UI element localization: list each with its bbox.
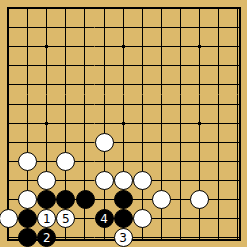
board-intersection[interactable]: [7, 75, 19, 94]
board-intersection[interactable]: [190, 75, 209, 94]
board-intersection[interactable]: [7, 56, 19, 75]
board-intersection[interactable]: [114, 56, 133, 75]
board-intersection[interactable]: [75, 228, 94, 241]
black-stone: 4: [95, 209, 114, 228]
black-stone: [114, 190, 133, 209]
board-intersection[interactable]: [95, 152, 114, 171]
board-intersection[interactable]: [37, 7, 56, 19]
board-intersection[interactable]: [133, 56, 152, 75]
board-intersection[interactable]: [209, 171, 228, 190]
white-stone: 3: [114, 228, 133, 247]
black-stone: [76, 190, 95, 209]
board-intersection[interactable]: [37, 133, 56, 152]
board-intersection[interactable]: [190, 209, 209, 228]
star-point: [122, 45, 125, 48]
move-number-label: 2: [43, 232, 51, 244]
board-intersection[interactable]: [171, 56, 190, 75]
board-intersection[interactable]: [75, 114, 94, 133]
board-intersection[interactable]: [56, 75, 75, 94]
board-intersection[interactable]: [7, 114, 19, 133]
board-intersection[interactable]: [228, 18, 241, 37]
board-intersection[interactable]: [171, 133, 190, 152]
board-intersection[interactable]: [228, 56, 241, 75]
black-stone: [114, 209, 133, 228]
board-intersection[interactable]: [228, 114, 241, 133]
board-intersection[interactable]: [18, 56, 37, 75]
star-point: [198, 122, 201, 125]
white-stone: [152, 190, 171, 209]
board-intersection[interactable]: [95, 114, 114, 133]
board-intersection[interactable]: [190, 18, 209, 37]
white-stone: [95, 171, 114, 190]
black-stone: [18, 228, 37, 247]
white-stone: [133, 171, 152, 190]
board-intersection[interactable]: [95, 56, 114, 75]
board-intersection[interactable]: [75, 209, 94, 228]
board-intersection[interactable]: [114, 152, 133, 171]
go-board-diagram: 12345: [0, 0, 247, 247]
board-intersection[interactable]: [18, 171, 37, 190]
star-point: [45, 122, 48, 125]
board-intersection[interactable]: [209, 56, 228, 75]
board-intersection[interactable]: [152, 37, 171, 56]
board-intersection[interactable]: [37, 152, 56, 171]
board-intersection[interactable]: [75, 171, 94, 190]
board-intersection[interactable]: [190, 171, 209, 190]
board-intersection[interactable]: [190, 7, 209, 19]
board-intersection[interactable]: [56, 18, 75, 37]
board-intersection[interactable]: [152, 152, 171, 171]
board-intersection[interactable]: [37, 75, 56, 94]
board-intersection[interactable]: [152, 18, 171, 37]
board-intersection[interactable]: [133, 228, 152, 241]
board-intersection[interactable]: [209, 37, 228, 56]
board-intersection[interactable]: [209, 114, 228, 133]
board-intersection[interactable]: [114, 7, 133, 19]
board-intersection[interactable]: [228, 7, 241, 19]
board-intersection[interactable]: [18, 114, 37, 133]
board-intersection[interactable]: [133, 95, 152, 114]
board-intersection[interactable]: [228, 152, 241, 171]
board-intersection[interactable]: [209, 133, 228, 152]
board-intersection[interactable]: [56, 114, 75, 133]
board-intersection[interactable]: [75, 133, 94, 152]
board-intersection[interactable]: [152, 95, 171, 114]
board-intersection[interactable]: [7, 95, 19, 114]
board-intersection[interactable]: [152, 114, 171, 133]
move-number-label: 5: [62, 213, 70, 225]
board-intersection[interactable]: [75, 56, 94, 75]
board-intersection[interactable]: [171, 209, 190, 228]
board-intersection[interactable]: [56, 133, 75, 152]
board-intersection[interactable]: [209, 18, 228, 37]
board-intersection[interactable]: [228, 190, 241, 209]
board-intersection[interactable]: [18, 18, 37, 37]
board-intersection[interactable]: [152, 133, 171, 152]
board-intersection[interactable]: [56, 56, 75, 75]
board-intersection[interactable]: [95, 18, 114, 37]
board-intersection[interactable]: [209, 209, 228, 228]
board-intersection[interactable]: [209, 95, 228, 114]
board-intersection[interactable]: [171, 114, 190, 133]
board-intersection[interactable]: [75, 37, 94, 56]
board-intersection[interactable]: [152, 171, 171, 190]
board-intersection[interactable]: [95, 7, 114, 19]
board-intersection[interactable]: [133, 114, 152, 133]
black-stone: 2: [37, 228, 56, 247]
move-number-label: 1: [43, 213, 51, 225]
board-intersection[interactable]: [190, 133, 209, 152]
board-intersection[interactable]: [18, 7, 37, 19]
board-intersection[interactable]: [171, 7, 190, 19]
board-intersection[interactable]: [18, 37, 37, 56]
board-intersection[interactable]: [171, 95, 190, 114]
board-intersection[interactable]: [209, 75, 228, 94]
white-stone: [114, 171, 133, 190]
board-intersection[interactable]: [228, 37, 241, 56]
board-intersection[interactable]: [75, 152, 94, 171]
board-intersection[interactable]: [171, 152, 190, 171]
board-intersection[interactable]: [7, 152, 19, 171]
star-point: [45, 45, 48, 48]
board-intersection[interactable]: [209, 7, 228, 19]
board-intersection[interactable]: [209, 228, 228, 241]
board-intersection[interactable]: [37, 18, 56, 37]
board-intersection[interactable]: [152, 7, 171, 19]
board-intersection[interactable]: [18, 75, 37, 94]
board-intersection[interactable]: [56, 171, 75, 190]
board-intersection[interactable]: [171, 190, 190, 209]
board-intersection[interactable]: [133, 75, 152, 94]
board-intersection[interactable]: [114, 95, 133, 114]
board-intersection[interactable]: [190, 56, 209, 75]
board-intersection[interactable]: [95, 95, 114, 114]
board-intersection[interactable]: [152, 209, 171, 228]
board-intersection[interactable]: [171, 37, 190, 56]
board-intersection[interactable]: [56, 7, 75, 19]
board-intersection[interactable]: [228, 133, 241, 152]
board-intersection[interactable]: [114, 18, 133, 37]
board-intersection[interactable]: [75, 7, 94, 19]
board-intersection[interactable]: [114, 75, 133, 94]
board-intersection[interactable]: [95, 75, 114, 94]
board-intersection[interactable]: [228, 228, 241, 241]
board-intersection[interactable]: [7, 133, 19, 152]
star-point: [122, 122, 125, 125]
board-intersection[interactable]: [133, 190, 152, 209]
board-intersection[interactable]: [171, 228, 190, 241]
board-intersection[interactable]: [7, 190, 19, 209]
board-intersection[interactable]: [133, 152, 152, 171]
board-intersection[interactable]: [114, 133, 133, 152]
board-intersection[interactable]: [37, 56, 56, 75]
board-intersection[interactable]: [133, 37, 152, 56]
white-stone: [95, 133, 114, 152]
board-intersection[interactable]: [75, 18, 94, 37]
board-intersection[interactable]: [228, 95, 241, 114]
board-intersection[interactable]: [56, 37, 75, 56]
board-intersection[interactable]: [133, 133, 152, 152]
board-intersection[interactable]: [56, 228, 75, 241]
board-intersection[interactable]: [171, 75, 190, 94]
board-intersection[interactable]: [190, 152, 209, 171]
board-intersection[interactable]: [95, 228, 114, 241]
board-intersection[interactable]: [18, 95, 37, 114]
board-intersection[interactable]: [7, 18, 19, 37]
board-intersection[interactable]: [209, 190, 228, 209]
board-intersection[interactable]: [152, 75, 171, 94]
move-number-label: 3: [119, 232, 127, 244]
board-intersection[interactable]: [228, 75, 241, 94]
board-intersection[interactable]: [152, 56, 171, 75]
board-intersection[interactable]: [7, 37, 19, 56]
board-intersection[interactable]: [171, 18, 190, 37]
board-intersection[interactable]: [37, 95, 56, 114]
move-number-label: 4: [100, 213, 108, 225]
board-intersection[interactable]: [228, 171, 241, 190]
board-intersection[interactable]: [18, 133, 37, 152]
board-intersection[interactable]: [190, 228, 209, 241]
board-intersection[interactable]: [7, 171, 19, 190]
board-intersection[interactable]: [133, 7, 152, 19]
white-stone: [133, 209, 152, 228]
board-intersection[interactable]: [152, 228, 171, 241]
board-intersection[interactable]: [95, 37, 114, 56]
board-intersection[interactable]: [95, 190, 114, 209]
board-intersection[interactable]: [209, 152, 228, 171]
star-point: [198, 45, 201, 48]
board-intersection[interactable]: [190, 95, 209, 114]
board-intersection[interactable]: [133, 18, 152, 37]
board-intersection[interactable]: [171, 171, 190, 190]
board-intersection[interactable]: [228, 209, 241, 228]
white-stone: [18, 152, 37, 171]
board-intersection[interactable]: [56, 95, 75, 114]
board-intersection[interactable]: [75, 75, 94, 94]
board-intersection[interactable]: [75, 95, 94, 114]
board-intersection[interactable]: [7, 228, 19, 241]
board-intersection[interactable]: [7, 7, 19, 19]
